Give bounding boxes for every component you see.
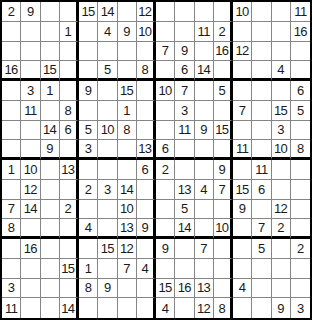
cell-r12c6[interactable] (98, 219, 117, 239)
cell-r6c3[interactable] (41, 101, 60, 121)
cell-r2c8: 10 (137, 22, 156, 42)
cell-r7c7: 8 (118, 121, 137, 141)
cell-r10c9[interactable] (156, 180, 175, 200)
cell-r2c16: 16 (291, 22, 310, 42)
cell-r16c16: 3 (291, 298, 310, 318)
cell-r13c9: 9 (156, 239, 175, 259)
cell-r13c7: 12 (118, 239, 137, 259)
cell-r9c8: 6 (137, 160, 156, 180)
cell-r6c10: 3 (175, 101, 194, 121)
cell-r8c9: 6 (156, 140, 175, 160)
cell-r16c2[interactable] (21, 298, 40, 318)
cell-r3c6[interactable] (98, 42, 117, 62)
cell-r7c12: 15 (214, 121, 233, 141)
cell-r7c3: 14 (41, 121, 60, 141)
cell-r15c6: 9 (98, 279, 117, 299)
cell-r11c10: 5 (175, 200, 194, 220)
cell-r10c3[interactable] (41, 180, 60, 200)
cell-r5c11[interactable] (195, 81, 214, 101)
cell-r4c10: 6 (175, 61, 194, 81)
cell-r9c9: 2 (156, 160, 175, 180)
cell-r6c11[interactable] (195, 101, 214, 121)
cell-r10c15[interactable] (272, 180, 291, 200)
cell-r7c6: 10 (98, 121, 117, 141)
cell-r6c7: 1 (118, 101, 137, 121)
cell-r3c13: 12 (233, 42, 252, 62)
cell-r2c13[interactable] (233, 22, 252, 42)
cell-r11c13: 9 (233, 200, 252, 220)
cell-r13c6: 15 (98, 239, 117, 259)
cell-r8c2[interactable] (21, 140, 40, 160)
cell-r15c5: 8 (79, 279, 98, 299)
cell-r12c16[interactable] (291, 219, 310, 239)
cell-r11c2: 14 (21, 200, 40, 220)
cell-r14c15[interactable] (272, 259, 291, 279)
cell-r5c9: 10 (156, 81, 175, 101)
cell-r1c2: 9 (21, 2, 40, 22)
cell-r8c10[interactable] (175, 140, 194, 160)
cell-r5c16: 6 (291, 81, 310, 101)
cell-r2c5[interactable] (79, 22, 98, 42)
cell-r15c2[interactable] (21, 279, 40, 299)
cell-r12c9[interactable] (156, 219, 175, 239)
cell-r9c13[interactable] (233, 160, 252, 180)
cell-r4c12[interactable] (214, 61, 233, 81)
cell-r8c8: 13 (137, 140, 156, 160)
cell-r3c9: 7 (156, 42, 175, 62)
cell-r13c15[interactable] (272, 239, 291, 259)
cell-r1c6: 14 (98, 2, 117, 22)
cell-r8c16: 8 (291, 140, 310, 160)
cell-r9c7[interactable] (118, 160, 137, 180)
cell-r7c14[interactable] (252, 121, 271, 141)
cell-r13c4[interactable] (60, 239, 79, 259)
cell-r6c1[interactable] (2, 101, 21, 121)
cell-r10c14: 6 (252, 180, 271, 200)
cell-r5c12: 5 (214, 81, 233, 101)
cell-r14c9[interactable] (156, 259, 175, 279)
cell-r12c4[interactable] (60, 219, 79, 239)
cell-r15c15[interactable] (272, 279, 291, 299)
cell-r4c7[interactable] (118, 61, 137, 81)
cell-r3c7[interactable] (118, 42, 137, 62)
cell-r10c13: 15 (233, 180, 252, 200)
cell-r3c12: 16 (214, 42, 233, 62)
cell-r2c2[interactable] (21, 22, 40, 42)
cell-r9c3[interactable] (41, 160, 60, 180)
cell-r12c5: 4 (79, 219, 98, 239)
cell-r15c1: 3 (2, 279, 21, 299)
cell-r6c6[interactable] (98, 101, 117, 121)
cell-r5c1[interactable] (2, 81, 21, 101)
cell-r13c11: 7 (195, 239, 214, 259)
cell-r2c12: 2 (214, 22, 233, 42)
cell-r4c3: 15 (41, 61, 60, 81)
cell-r2c14[interactable] (252, 22, 271, 42)
cell-r14c11[interactable] (195, 259, 214, 279)
cell-r9c1: 1 (2, 160, 21, 180)
cell-r6c12[interactable] (214, 101, 233, 121)
cell-r6c2: 11 (21, 101, 40, 121)
cell-r12c10: 14 (175, 219, 194, 239)
cell-r15c14[interactable] (252, 279, 271, 299)
cell-r14c8: 4 (137, 259, 156, 279)
cell-r7c8[interactable] (137, 121, 156, 141)
cell-r2c4: 1 (60, 22, 79, 42)
cell-r1c5: 15 (79, 2, 98, 22)
cell-r3c5[interactable] (79, 42, 98, 62)
cell-r13c12[interactable] (214, 239, 233, 259)
cell-r16c10[interactable] (175, 298, 194, 318)
cell-r2c3[interactable] (41, 22, 60, 42)
cell-r7c10: 11 (175, 121, 194, 141)
cell-r10c12: 7 (214, 180, 233, 200)
cell-r8c3: 9 (41, 140, 60, 160)
cell-r14c3[interactable] (41, 259, 60, 279)
cell-r1c12[interactable] (214, 2, 233, 22)
cell-r11c3[interactable] (41, 200, 60, 220)
cell-r5c10: 7 (175, 81, 194, 101)
cell-r13c10[interactable] (175, 239, 194, 259)
cell-r6c16: 5 (291, 101, 310, 121)
cell-r15c8[interactable] (137, 279, 156, 299)
cell-r5c14[interactable] (252, 81, 271, 101)
cell-r16c5[interactable] (79, 298, 98, 318)
cell-r4c13[interactable] (233, 61, 252, 81)
cell-r9c14: 11 (252, 160, 271, 180)
cell-r11c1: 7 (2, 200, 21, 220)
cell-r12c11[interactable] (195, 219, 214, 239)
cell-r4c6: 5 (98, 61, 117, 81)
cell-r3c4[interactable] (60, 42, 79, 62)
cell-r13c13[interactable] (233, 239, 252, 259)
cell-r15c4[interactable] (60, 279, 79, 299)
cell-r10c2: 12 (21, 180, 40, 200)
cell-r1c11[interactable] (195, 2, 214, 22)
cell-r12c15: 2 (272, 219, 291, 239)
cell-r12c8: 9 (137, 219, 156, 239)
cell-r10c7: 14 (118, 180, 137, 200)
cell-r4c8: 8 (137, 61, 156, 81)
cell-r2c11: 11 (195, 22, 214, 42)
cell-r5c13[interactable] (233, 81, 252, 101)
cell-r3c8[interactable] (137, 42, 156, 62)
cell-r13c16: 2 (291, 239, 310, 259)
cell-r6c4: 8 (60, 101, 79, 121)
cell-r13c14: 5 (252, 239, 271, 259)
cell-r8c5: 3 (79, 140, 98, 160)
cell-r4c16[interactable] (291, 61, 310, 81)
cell-r5c8[interactable] (137, 81, 156, 101)
cell-r6c5[interactable] (79, 101, 98, 121)
cell-r7c13[interactable] (233, 121, 252, 141)
cell-r10c1[interactable] (2, 180, 21, 200)
cell-r7c2[interactable] (21, 121, 40, 141)
cell-r11c12[interactable] (214, 200, 233, 220)
cell-r5c6[interactable] (98, 81, 117, 101)
cell-r13c3[interactable] (41, 239, 60, 259)
cell-r2c1[interactable] (2, 22, 21, 42)
cell-r1c1: 2 (2, 2, 21, 22)
cell-r11c16[interactable] (291, 200, 310, 220)
cell-r11c15: 12 (272, 200, 291, 220)
cell-r8c14[interactable] (252, 140, 271, 160)
cell-r15c11: 13 (195, 279, 214, 299)
cell-r16c15: 9 (272, 298, 291, 318)
cell-r13c1[interactable] (2, 239, 21, 259)
cell-r16c11: 12 (195, 298, 214, 318)
cell-r3c10: 9 (175, 42, 194, 62)
cell-r6c13: 7 (233, 101, 252, 121)
cell-r10c8[interactable] (137, 180, 156, 200)
cell-r14c13[interactable] (233, 259, 252, 279)
cell-r12c14: 7 (252, 219, 271, 239)
cell-r13c2: 16 (21, 239, 40, 259)
cell-r14c10[interactable] (175, 259, 194, 279)
cell-r8c12[interactable] (214, 140, 233, 160)
cell-r12c1: 8 (2, 219, 21, 239)
cell-r2c6: 4 (98, 22, 117, 42)
cell-r5c3: 1 (41, 81, 60, 101)
cell-r10c4[interactable] (60, 180, 79, 200)
cell-r4c14[interactable] (252, 61, 271, 81)
cell-r16c7[interactable] (118, 298, 137, 318)
cell-r14c14[interactable] (252, 259, 271, 279)
cell-r4c15: 4 (272, 61, 291, 81)
cell-r4c5[interactable] (79, 61, 98, 81)
cell-r1c16: 11 (291, 2, 310, 22)
cell-r15c12[interactable] (214, 279, 233, 299)
cell-r14c6[interactable] (98, 259, 117, 279)
cell-r8c11[interactable] (195, 140, 214, 160)
cell-r16c13[interactable] (233, 298, 252, 318)
cell-r5c5: 9 (79, 81, 98, 101)
cell-r14c2[interactable] (21, 259, 40, 279)
cell-r16c12: 8 (214, 298, 233, 318)
cell-r12c12: 10 (214, 219, 233, 239)
cell-r16c9: 4 (156, 298, 175, 318)
cell-r11c11[interactable] (195, 200, 214, 220)
cell-r15c7[interactable] (118, 279, 137, 299)
cell-r5c4[interactable] (60, 81, 79, 101)
cell-r10c11: 4 (195, 180, 214, 200)
cell-r3c14[interactable] (252, 42, 271, 62)
cell-r10c5: 2 (79, 180, 98, 200)
cell-r16c1: 11 (2, 298, 21, 318)
cell-r3c3[interactable] (41, 42, 60, 62)
cell-r2c7: 9 (118, 22, 137, 42)
cell-r7c11: 9 (195, 121, 214, 141)
cell-r4c11: 14 (195, 61, 214, 81)
cell-r1c3[interactable] (41, 2, 60, 22)
cell-r9c5[interactable] (79, 160, 98, 180)
cell-r16c3[interactable] (41, 298, 60, 318)
hexadoku-board: 2915141210111491011216791612161558614431… (0, 0, 312, 320)
cell-r2c15[interactable] (272, 22, 291, 42)
cell-r11c5[interactable] (79, 200, 98, 220)
cell-r6c8[interactable] (137, 101, 156, 121)
cell-r4c1: 16 (2, 61, 21, 81)
cell-r14c5: 1 (79, 259, 98, 279)
cell-r1c14[interactable] (252, 2, 271, 22)
cell-r6c14[interactable] (252, 101, 271, 121)
cell-r13c8[interactable] (137, 239, 156, 259)
cell-r1c9[interactable] (156, 2, 175, 22)
cell-r3c16[interactable] (291, 42, 310, 62)
cell-r8c6[interactable] (98, 140, 117, 160)
cell-r4c9[interactable] (156, 61, 175, 81)
cell-r12c13[interactable] (233, 219, 252, 239)
cell-r8c15: 10 (272, 140, 291, 160)
cell-r15c10: 16 (175, 279, 194, 299)
cell-r15c9: 15 (156, 279, 175, 299)
cell-r15c16[interactable] (291, 279, 310, 299)
cell-r14c16[interactable] (291, 259, 310, 279)
cell-r2c10[interactable] (175, 22, 194, 42)
cell-r1c15[interactable] (272, 2, 291, 22)
cell-r9c10[interactable] (175, 160, 194, 180)
cell-r14c1[interactable] (2, 259, 21, 279)
cell-r10c16[interactable] (291, 180, 310, 200)
cell-r5c2: 3 (21, 81, 40, 101)
cell-r12c7: 13 (118, 219, 137, 239)
cell-r14c12[interactable] (214, 259, 233, 279)
cell-r6c9[interactable] (156, 101, 175, 121)
cell-r16c8[interactable] (137, 298, 156, 318)
cell-r7c4: 6 (60, 121, 79, 141)
cell-r9c2: 10 (21, 160, 40, 180)
cell-r14c7: 7 (118, 259, 137, 279)
cell-r2c9[interactable] (156, 22, 175, 42)
cell-r9c12: 9 (214, 160, 233, 180)
cell-r13c5[interactable] (79, 239, 98, 259)
cell-r16c14[interactable] (252, 298, 271, 318)
cell-r8c1[interactable] (2, 140, 21, 160)
cell-r12c2[interactable] (21, 219, 40, 239)
cell-r11c14[interactable] (252, 200, 271, 220)
cell-r8c13: 11 (233, 140, 252, 160)
cell-r16c4: 14 (60, 298, 79, 318)
cell-r7c5: 5 (79, 121, 98, 141)
cell-r9c16[interactable] (291, 160, 310, 180)
cell-r1c13: 10 (233, 2, 252, 22)
cell-r14c4: 15 (60, 259, 79, 279)
cell-r11c4: 2 (60, 200, 79, 220)
cell-r7c16[interactable] (291, 121, 310, 141)
cell-r9c6[interactable] (98, 160, 117, 180)
cell-r5c15[interactable] (272, 81, 291, 101)
cell-r7c1[interactable] (2, 121, 21, 141)
cell-r3c2[interactable] (21, 42, 40, 62)
cell-r7c15: 3 (272, 121, 291, 141)
cell-r1c7[interactable] (118, 2, 137, 22)
cell-r15c13: 4 (233, 279, 252, 299)
cell-r10c10: 13 (175, 180, 194, 200)
cell-r4c4[interactable] (60, 61, 79, 81)
cell-r11c8[interactable] (137, 200, 156, 220)
cell-r8c4[interactable] (60, 140, 79, 160)
cell-r11c6[interactable] (98, 200, 117, 220)
cell-r1c8: 12 (137, 2, 156, 22)
cell-r16c6[interactable] (98, 298, 117, 318)
cell-r11c9[interactable] (156, 200, 175, 220)
cell-r3c15[interactable] (272, 42, 291, 62)
cell-r9c4: 13 (60, 160, 79, 180)
cell-r12c3[interactable] (41, 219, 60, 239)
cell-r5c7: 15 (118, 81, 137, 101)
cell-r9c11[interactable] (195, 160, 214, 180)
cell-r7c9[interactable] (156, 121, 175, 141)
cell-r4c2[interactable] (21, 61, 40, 81)
cell-r11c7: 10 (118, 200, 137, 220)
cell-r1c4[interactable] (60, 2, 79, 22)
cell-r6c15: 15 (272, 101, 291, 121)
cell-r15c3[interactable] (41, 279, 60, 299)
cell-r1c10[interactable] (175, 2, 194, 22)
cell-r8c7[interactable] (118, 140, 137, 160)
cell-r3c1[interactable] (2, 42, 21, 62)
cell-r10c6: 3 (98, 180, 117, 200)
cell-r9c15[interactable] (272, 160, 291, 180)
cell-r3c11[interactable] (195, 42, 214, 62)
